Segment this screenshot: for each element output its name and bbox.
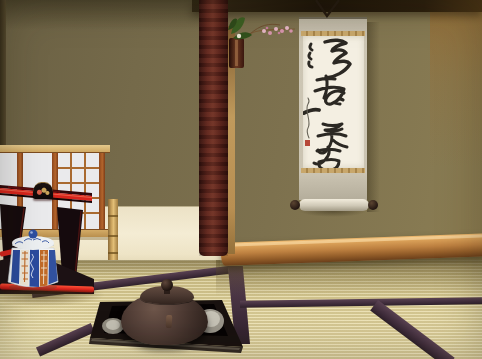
kettle-lug	[166, 315, 173, 328]
scroll-brocade-band	[301, 168, 365, 173]
roller-knob	[368, 200, 378, 210]
artist-seal	[305, 140, 310, 146]
kettle-knob	[161, 279, 173, 291]
porcelain-water-jar	[5, 227, 65, 293]
scroll-wall-shadow	[367, 22, 380, 212]
calligraphy-strokes	[303, 36, 364, 168]
hanging-cord	[308, 0, 348, 20]
shoji-stile	[99, 148, 105, 234]
lacquer-tea-caddy	[33, 182, 53, 199]
tea-room-photo: 渓梅一朶香	[0, 0, 482, 359]
shoji-top-rail	[0, 145, 110, 153]
plum-blossom-branch	[222, 12, 297, 54]
top-left-shade	[0, 0, 205, 30]
roller-shadow	[299, 211, 367, 217]
bamboo-corner-pole	[108, 199, 118, 265]
left-frame-edge	[0, 0, 6, 160]
roller-knob	[290, 200, 300, 210]
wall-warm-light	[430, 0, 482, 240]
beam-shadow	[216, 260, 482, 296]
scroll-roller	[299, 199, 369, 211]
